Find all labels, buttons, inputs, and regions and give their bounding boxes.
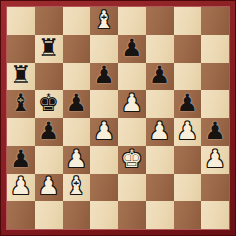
square-b1[interactable] — [35, 201, 63, 229]
square-f6[interactable]: ♟ — [146, 63, 174, 91]
square-b5[interactable]: ♚ — [35, 90, 63, 118]
square-b3[interactable] — [35, 146, 63, 174]
square-h8[interactable] — [201, 7, 229, 35]
piece-white-pawn[interactable]: ♟ — [93, 119, 115, 143]
square-e5[interactable]: ♟ — [118, 90, 146, 118]
square-e6[interactable] — [118, 63, 146, 91]
square-d1[interactable] — [90, 201, 118, 229]
square-e8[interactable] — [118, 7, 146, 35]
square-a7[interactable] — [7, 35, 35, 63]
piece-white-pawn[interactable]: ♟ — [177, 119, 199, 143]
piece-black-pawn[interactable]: ♟ — [121, 36, 143, 60]
square-b6[interactable] — [35, 63, 63, 91]
piece-white-pawn[interactable]: ♟ — [149, 119, 171, 143]
piece-white-bishop[interactable]: ♝ — [66, 174, 88, 198]
piece-black-rook[interactable]: ♜ — [10, 63, 32, 87]
square-g8[interactable] — [174, 7, 202, 35]
square-g5[interactable]: ♟ — [174, 90, 202, 118]
square-f3[interactable] — [146, 146, 174, 174]
square-d3[interactable] — [90, 146, 118, 174]
square-d8[interactable]: ♝ — [90, 7, 118, 35]
square-g6[interactable] — [174, 63, 202, 91]
square-f5[interactable] — [146, 90, 174, 118]
square-c4[interactable] — [63, 118, 91, 146]
square-h2[interactable] — [201, 174, 229, 202]
square-b4[interactable]: ♟ — [35, 118, 63, 146]
square-h3[interactable]: ♟ — [201, 146, 229, 174]
chess-board: ♝♜♟♜♟♟♝♚♟♟♟♟♟♟♟♟♟♟♚♟♟♟♝ — [7, 7, 229, 229]
square-g4[interactable]: ♟ — [174, 118, 202, 146]
piece-white-pawn[interactable]: ♟ — [10, 174, 32, 198]
piece-black-bishop[interactable]: ♝ — [10, 91, 32, 115]
square-e2[interactable] — [118, 174, 146, 202]
square-h6[interactable] — [201, 63, 229, 91]
square-f1[interactable] — [146, 201, 174, 229]
piece-black-pawn[interactable]: ♟ — [149, 63, 171, 87]
square-a4[interactable] — [7, 118, 35, 146]
square-f7[interactable] — [146, 35, 174, 63]
square-c3[interactable]: ♟ — [63, 146, 91, 174]
square-h4[interactable]: ♟ — [201, 118, 229, 146]
piece-black-pawn[interactable]: ♟ — [10, 147, 32, 171]
square-h1[interactable] — [201, 201, 229, 229]
square-e4[interactable] — [118, 118, 146, 146]
square-a5[interactable]: ♝ — [7, 90, 35, 118]
square-a6[interactable]: ♜ — [7, 63, 35, 91]
piece-black-pawn[interactable]: ♟ — [204, 119, 226, 143]
square-b7[interactable]: ♜ — [35, 35, 63, 63]
square-c5[interactable]: ♟ — [63, 90, 91, 118]
piece-black-pawn[interactable]: ♟ — [93, 63, 115, 87]
piece-black-pawn[interactable]: ♟ — [38, 119, 60, 143]
piece-white-pawn[interactable]: ♟ — [121, 91, 143, 115]
square-d4[interactable]: ♟ — [90, 118, 118, 146]
square-d7[interactable] — [90, 35, 118, 63]
piece-white-pawn[interactable]: ♟ — [38, 174, 60, 198]
piece-black-pawn[interactable]: ♟ — [66, 91, 88, 115]
square-c2[interactable]: ♝ — [63, 174, 91, 202]
square-g1[interactable] — [174, 201, 202, 229]
square-g2[interactable] — [174, 174, 202, 202]
square-f2[interactable] — [146, 174, 174, 202]
square-b2[interactable]: ♟ — [35, 174, 63, 202]
square-a2[interactable]: ♟ — [7, 174, 35, 202]
square-a3[interactable]: ♟ — [7, 146, 35, 174]
square-f8[interactable] — [146, 7, 174, 35]
piece-white-king[interactable]: ♚ — [121, 147, 143, 171]
square-a1[interactable] — [7, 201, 35, 229]
square-d5[interactable] — [90, 90, 118, 118]
square-h5[interactable] — [201, 90, 229, 118]
square-c8[interactable] — [63, 7, 91, 35]
square-d2[interactable] — [90, 174, 118, 202]
square-g3[interactable] — [174, 146, 202, 174]
square-e7[interactable]: ♟ — [118, 35, 146, 63]
square-c6[interactable] — [63, 63, 91, 91]
square-c1[interactable] — [63, 201, 91, 229]
piece-white-pawn[interactable]: ♟ — [204, 147, 226, 171]
piece-black-pawn[interactable]: ♟ — [177, 91, 199, 115]
square-d6[interactable]: ♟ — [90, 63, 118, 91]
piece-white-bishop[interactable]: ♝ — [93, 8, 115, 32]
piece-black-rook[interactable]: ♜ — [38, 36, 60, 60]
board-frame: ♝♜♟♜♟♟♝♚♟♟♟♟♟♟♟♟♟♟♚♟♟♟♝ — [0, 0, 236, 236]
square-a8[interactable] — [7, 7, 35, 35]
square-e3[interactable]: ♚ — [118, 146, 146, 174]
square-f4[interactable]: ♟ — [146, 118, 174, 146]
square-h7[interactable] — [201, 35, 229, 63]
square-b8[interactable] — [35, 7, 63, 35]
square-g7[interactable] — [174, 35, 202, 63]
square-e1[interactable] — [118, 201, 146, 229]
square-c7[interactable] — [63, 35, 91, 63]
piece-white-pawn[interactable]: ♟ — [66, 147, 88, 171]
piece-black-king[interactable]: ♚ — [38, 91, 60, 115]
